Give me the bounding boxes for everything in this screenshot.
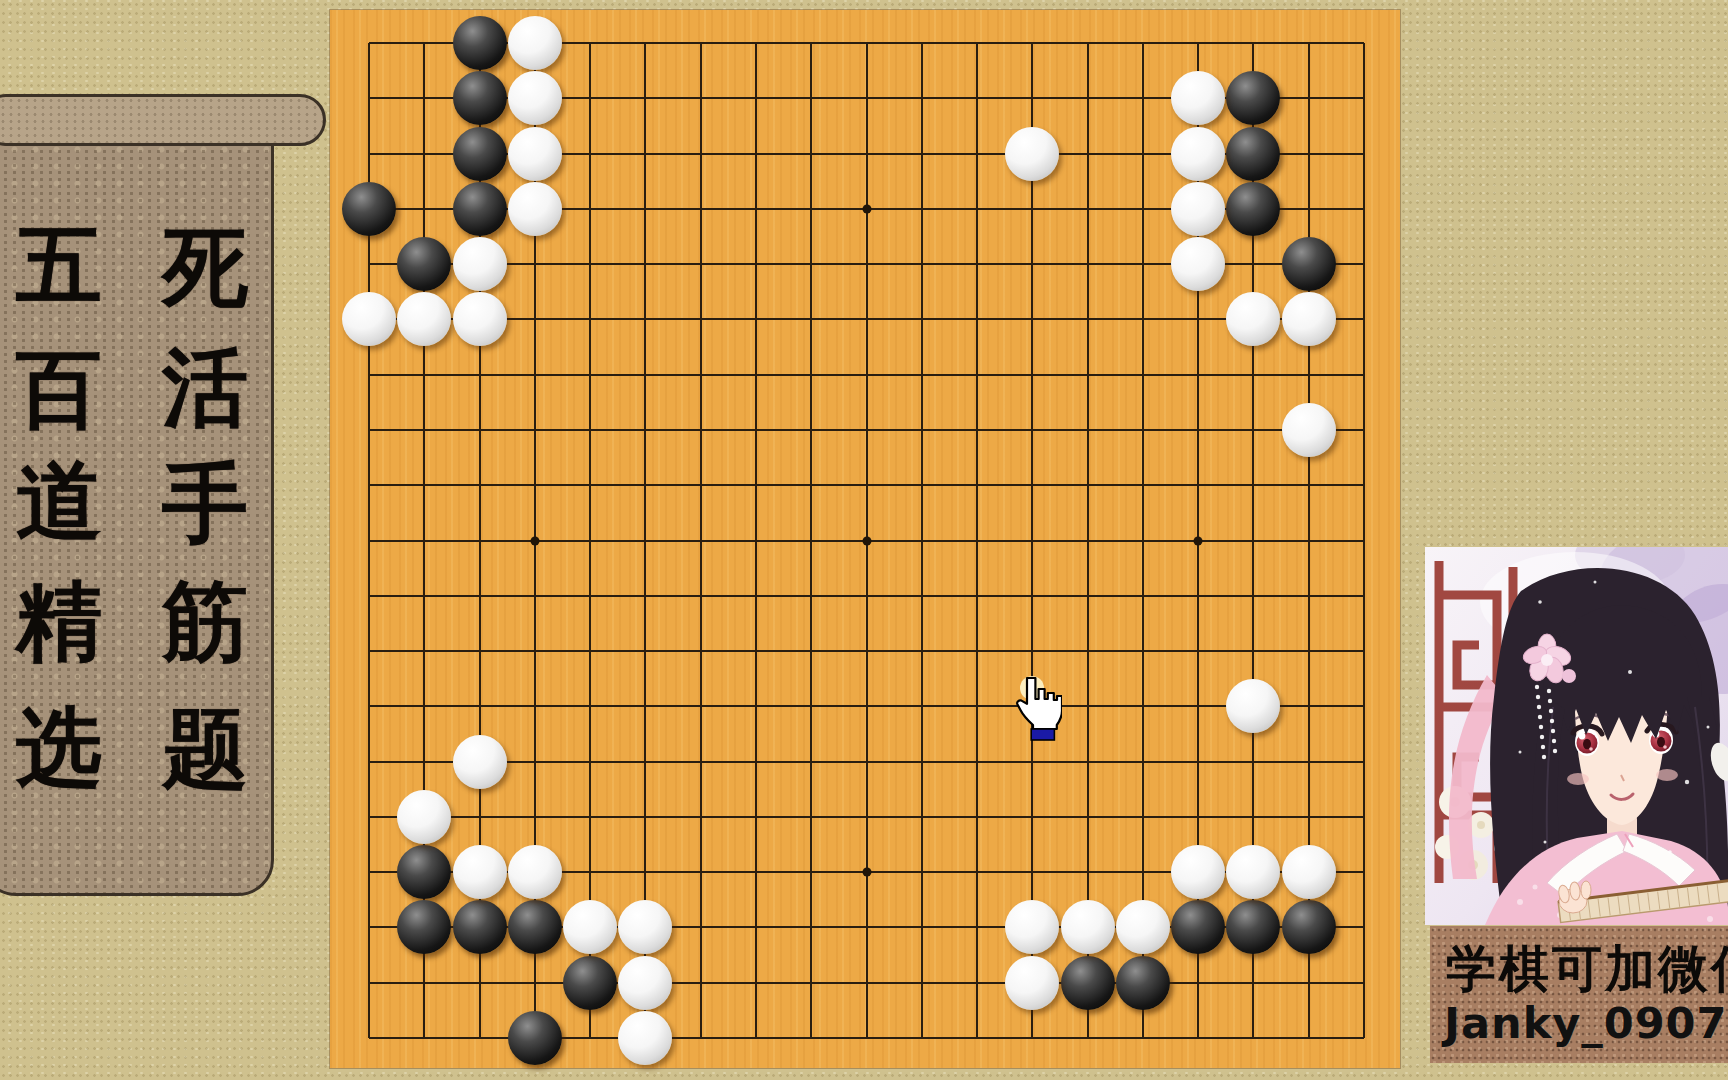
white-stone[interactable] bbox=[1282, 845, 1336, 899]
grid-line-horizontal bbox=[369, 982, 1364, 984]
white-stone[interactable] bbox=[508, 71, 562, 125]
calligraphy-char: 百 bbox=[11, 347, 107, 433]
scroll-rod bbox=[0, 94, 326, 146]
grid-line-vertical bbox=[1363, 43, 1365, 1038]
white-stone[interactable] bbox=[1171, 127, 1225, 181]
white-stone[interactable] bbox=[1226, 679, 1280, 733]
black-stone[interactable] bbox=[1226, 71, 1280, 125]
black-stone[interactable] bbox=[1171, 900, 1225, 954]
white-stone[interactable] bbox=[563, 900, 617, 954]
white-stone[interactable] bbox=[1005, 900, 1059, 954]
white-stone[interactable] bbox=[1226, 845, 1280, 899]
white-stone[interactable] bbox=[618, 956, 672, 1010]
star-point bbox=[862, 868, 871, 877]
grid-line-vertical bbox=[1142, 43, 1144, 1038]
black-stone[interactable] bbox=[397, 900, 451, 954]
white-stone[interactable] bbox=[508, 16, 562, 70]
star-point bbox=[530, 536, 539, 545]
calligraphy-char: 手 bbox=[157, 461, 253, 547]
black-stone[interactable] bbox=[1282, 900, 1336, 954]
grid-line-vertical bbox=[976, 43, 978, 1038]
star-point bbox=[862, 204, 871, 213]
black-stone[interactable] bbox=[508, 900, 562, 954]
star-point bbox=[1194, 536, 1203, 545]
black-stone[interactable] bbox=[453, 900, 507, 954]
contact-id-text: Janky_0907 bbox=[1444, 998, 1727, 1048]
white-stone[interactable] bbox=[1171, 845, 1225, 899]
grid-line-horizontal bbox=[369, 595, 1364, 597]
black-stone[interactable] bbox=[1226, 127, 1280, 181]
white-stone[interactable] bbox=[1005, 956, 1059, 1010]
grid-line-horizontal bbox=[369, 816, 1364, 818]
grid-line-vertical bbox=[1031, 43, 1033, 1038]
calligraphy-char: 题 bbox=[157, 707, 253, 793]
contact-text-cn: 学棋可加微信 bbox=[1446, 936, 1728, 1003]
grid-line-vertical bbox=[921, 43, 923, 1038]
go-board[interactable] bbox=[330, 10, 1400, 1068]
star-point bbox=[862, 536, 871, 545]
white-stone[interactable] bbox=[397, 292, 451, 346]
calligraphy-char: 死 bbox=[157, 225, 253, 311]
white-stone[interactable] bbox=[618, 1011, 672, 1065]
white-stone[interactable] bbox=[453, 735, 507, 789]
black-stone[interactable] bbox=[1282, 237, 1336, 291]
white-stone[interactable] bbox=[1171, 71, 1225, 125]
black-stone[interactable] bbox=[508, 1011, 562, 1065]
white-stone[interactable] bbox=[508, 182, 562, 236]
anime-girl-avatar bbox=[1425, 547, 1728, 925]
white-stone[interactable] bbox=[453, 292, 507, 346]
white-stone[interactable] bbox=[508, 845, 562, 899]
calligraphy-char: 筋 bbox=[157, 579, 253, 665]
white-stone[interactable] bbox=[1282, 292, 1336, 346]
white-stone[interactable] bbox=[1061, 900, 1115, 954]
hand-pointer-cursor bbox=[1014, 672, 1062, 742]
white-stone[interactable] bbox=[1005, 127, 1059, 181]
white-stone[interactable] bbox=[508, 127, 562, 181]
black-stone[interactable] bbox=[342, 182, 396, 236]
black-stone[interactable] bbox=[1116, 956, 1170, 1010]
contact-info-panel: 学棋可加微信 Janky_0907 bbox=[1430, 926, 1728, 1063]
grid-line-horizontal bbox=[369, 650, 1364, 652]
black-stone[interactable] bbox=[453, 182, 507, 236]
black-stone[interactable] bbox=[453, 71, 507, 125]
white-stone[interactable] bbox=[397, 790, 451, 844]
white-stone[interactable] bbox=[1116, 900, 1170, 954]
white-stone[interactable] bbox=[1226, 292, 1280, 346]
black-stone[interactable] bbox=[1061, 956, 1115, 1010]
calligraphy-char: 五 bbox=[11, 223, 107, 309]
white-stone[interactable] bbox=[453, 237, 507, 291]
grid-line-horizontal bbox=[369, 761, 1364, 763]
black-stone[interactable] bbox=[453, 127, 507, 181]
black-stone[interactable] bbox=[397, 845, 451, 899]
grid-line-horizontal bbox=[369, 705, 1364, 707]
calligraphy-char: 道 bbox=[11, 459, 107, 545]
black-stone[interactable] bbox=[397, 237, 451, 291]
white-stone[interactable] bbox=[618, 900, 672, 954]
calligraphy-char: 选 bbox=[11, 705, 107, 791]
white-stone[interactable] bbox=[1282, 403, 1336, 457]
scroll-banner: 死 活 手 筋 题 五 百 道 精 选 bbox=[0, 138, 274, 896]
grid-line-vertical bbox=[1087, 43, 1089, 1038]
calligraphy-char: 精 bbox=[11, 579, 107, 665]
white-stone[interactable] bbox=[342, 292, 396, 346]
white-stone[interactable] bbox=[1171, 237, 1225, 291]
black-stone[interactable] bbox=[1226, 900, 1280, 954]
screenshot-stage: 死 活 手 筋 题 五 百 道 精 选 bbox=[0, 0, 1728, 1080]
black-stone[interactable] bbox=[1226, 182, 1280, 236]
white-stone[interactable] bbox=[1171, 182, 1225, 236]
calligraphy-char: 活 bbox=[157, 345, 253, 431]
black-stone[interactable] bbox=[563, 956, 617, 1010]
white-stone[interactable] bbox=[453, 845, 507, 899]
black-stone[interactable] bbox=[453, 16, 507, 70]
